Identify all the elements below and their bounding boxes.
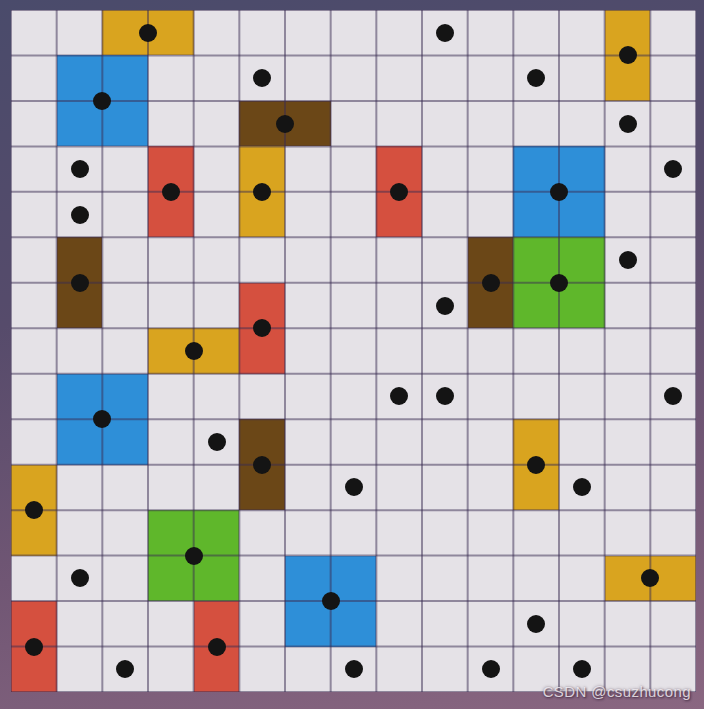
region-red[interactable]: [11, 601, 57, 692]
region-brown[interactable]: [468, 237, 514, 328]
app-background: CSDN @csuzhucong: [0, 0, 704, 709]
puzzle-board[interactable]: [11, 10, 696, 692]
region-yellow[interactable]: [513, 419, 559, 510]
region-red[interactable]: [148, 146, 194, 237]
region-brown[interactable]: [57, 237, 103, 328]
region-brown[interactable]: [239, 101, 330, 146]
region-red[interactable]: [239, 283, 285, 374]
region-yellow[interactable]: [102, 10, 193, 55]
region-blue[interactable]: [57, 374, 148, 465]
watermark: CSDN @csuzhucong: [543, 683, 691, 700]
regions-layer: [11, 10, 696, 692]
region-blue[interactable]: [513, 146, 604, 237]
region-brown[interactable]: [239, 419, 285, 510]
region-blue[interactable]: [57, 55, 148, 146]
region-blue[interactable]: [285, 556, 376, 647]
region-yellow[interactable]: [239, 146, 285, 237]
region-yellow[interactable]: [605, 556, 696, 601]
region-yellow[interactable]: [605, 10, 651, 101]
region-green[interactable]: [513, 237, 604, 328]
region-yellow[interactable]: [11, 465, 57, 556]
region-green[interactable]: [148, 510, 239, 601]
region-red[interactable]: [194, 601, 240, 692]
region-red[interactable]: [376, 146, 422, 237]
region-yellow[interactable]: [148, 328, 239, 373]
